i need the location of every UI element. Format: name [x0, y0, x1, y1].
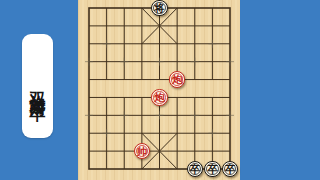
piece-black-soldier-3[interactable]: 卒: [222, 161, 239, 178]
piece-black-soldier-2[interactable]: 卒: [204, 161, 221, 178]
banner-title: 双炮对两卒: [30, 79, 46, 94]
piece-black-soldier-1[interactable]: 卒: [187, 161, 204, 178]
xiangqi-board[interactable]: 将炮炮帅卒卒卒: [78, 0, 240, 180]
piece-red-general[interactable]: 帅: [134, 143, 151, 160]
title-banner: 双炮对两卒: [22, 34, 53, 138]
piece-black-general[interactable]: 将: [151, 0, 168, 16]
piece-red-cannon-1[interactable]: 炮: [169, 71, 186, 88]
piece-red-cannon-2[interactable]: 炮: [151, 89, 168, 106]
piece-layer: 将炮炮帅卒卒卒: [80, 0, 239, 178]
